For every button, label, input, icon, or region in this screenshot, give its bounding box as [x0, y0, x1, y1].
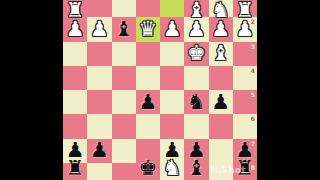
square-b6[interactable]: [209, 114, 233, 138]
square-c6[interactable]: [184, 114, 208, 138]
piece-white-pawn-icon: ♟: [211, 19, 230, 40]
square-e4[interactable]: [136, 66, 160, 90]
piece-white-queen-icon: ♛: [138, 19, 157, 40]
square-g7[interactable]: ♟: [87, 139, 111, 163]
piece-black-bishop-icon: ♝: [114, 19, 133, 40]
square-c4[interactable]: [184, 66, 208, 90]
piece-white-pawn-icon: ♟: [163, 19, 182, 40]
square-d8[interactable]: ♞d: [160, 163, 184, 180]
piece-black-pawn-icon: ♟: [90, 140, 109, 161]
square-d3[interactable]: [160, 42, 184, 66]
square-c2[interactable]: ♟: [184, 17, 208, 41]
watermark: InShot: [211, 165, 246, 175]
square-h3[interactable]: [63, 42, 87, 66]
video-frame: ♜♝♞♜1♟♟♝♛♟♟♟♟2♚♝34♟♞♟56♟♟♟♟♟7♜hgf♚e♞d♝cb…: [0, 0, 320, 180]
square-f4[interactable]: [112, 66, 136, 90]
square-f6[interactable]: [112, 114, 136, 138]
square-e8[interactable]: ♚e: [136, 163, 160, 180]
square-g4[interactable]: [87, 66, 111, 90]
square-d5[interactable]: [160, 90, 184, 114]
piece-white-pawn-icon: ♟: [90, 19, 109, 40]
square-c3[interactable]: ♚: [184, 42, 208, 66]
square-e1[interactable]: [136, 0, 160, 17]
piece-black-knight-icon: ♞: [187, 92, 206, 113]
square-f1[interactable]: [112, 0, 136, 17]
square-h2[interactable]: ♟: [63, 17, 87, 41]
square-h8[interactable]: ♜h: [63, 163, 87, 180]
square-d1[interactable]: [160, 0, 184, 17]
square-d2[interactable]: ♟: [160, 17, 184, 41]
square-f7[interactable]: [112, 139, 136, 163]
square-g1[interactable]: [87, 0, 111, 17]
piece-white-king-icon: ♚: [187, 43, 206, 64]
rank-label: 1: [251, 0, 255, 1]
square-b4[interactable]: [209, 66, 233, 90]
square-e5[interactable]: ♟: [136, 90, 160, 114]
rank-label: 7: [251, 140, 255, 147]
piece-white-pawn-icon: ♟: [187, 19, 206, 40]
square-c5[interactable]: ♞: [184, 90, 208, 114]
square-a4[interactable]: 4: [233, 66, 257, 90]
square-f8[interactable]: f: [112, 163, 136, 180]
square-a5[interactable]: 5: [233, 90, 257, 114]
rank-label: 5: [251, 91, 255, 98]
square-g8[interactable]: g: [87, 163, 111, 180]
square-b7[interactable]: [209, 139, 233, 163]
square-h1[interactable]: ♜: [63, 0, 87, 17]
chess-board: ♜♝♞♜1♟♟♝♛♟♟♟♟2♚♝34♟♞♟56♟♟♟♟♟7♜hgf♚e♞d♝cb…: [63, 0, 257, 180]
square-f2[interactable]: ♝: [112, 17, 136, 41]
piece-white-pawn-icon: ♟: [66, 19, 85, 40]
piece-black-bishop-icon: ♝: [187, 158, 206, 179]
square-e6[interactable]: [136, 114, 160, 138]
piece-black-pawn-icon: ♟: [211, 92, 230, 113]
square-c8[interactable]: ♝c: [184, 163, 208, 180]
square-h5[interactable]: [63, 90, 87, 114]
square-e3[interactable]: [136, 42, 160, 66]
square-e2[interactable]: ♛: [136, 17, 160, 41]
square-d6[interactable]: [160, 114, 184, 138]
square-d4[interactable]: [160, 66, 184, 90]
square-b1[interactable]: ♞: [209, 0, 233, 17]
square-h6[interactable]: [63, 114, 87, 138]
square-h4[interactable]: [63, 66, 87, 90]
square-g6[interactable]: [87, 114, 111, 138]
square-g5[interactable]: [87, 90, 111, 114]
rank-label: 4: [251, 67, 255, 74]
piece-black-pawn-icon: ♟: [138, 92, 157, 113]
square-g2[interactable]: ♟: [87, 17, 111, 41]
piece-black-king-icon: ♚: [138, 158, 157, 179]
square-f5[interactable]: [112, 90, 136, 114]
square-g3[interactable]: [87, 42, 111, 66]
piece-black-rook-icon: ♜: [66, 158, 85, 179]
square-b5[interactable]: ♟: [209, 90, 233, 114]
square-a1[interactable]: ♜1: [233, 0, 257, 17]
piece-white-bishop-icon: ♝: [211, 43, 230, 64]
piece-white-knight-icon: ♞: [163, 158, 182, 179]
square-c1[interactable]: ♝: [184, 0, 208, 17]
square-b3[interactable]: ♝: [209, 42, 233, 66]
rank-label: 8: [251, 164, 255, 171]
square-a3[interactable]: 3: [233, 42, 257, 66]
square-b2[interactable]: ♟: [209, 17, 233, 41]
rank-label: 2: [251, 18, 255, 25]
square-a2[interactable]: ♟2: [233, 17, 257, 41]
square-a6[interactable]: 6: [233, 114, 257, 138]
square-f3[interactable]: [112, 42, 136, 66]
rank-label: 3: [251, 43, 255, 50]
rank-label: 6: [251, 115, 255, 122]
